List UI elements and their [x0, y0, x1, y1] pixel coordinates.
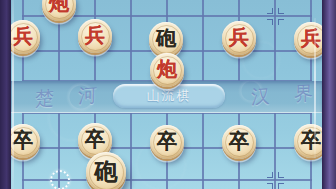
- glare-streak: [314, 18, 316, 158]
- piece-black-cannon[interactable]: 砲: [149, 22, 183, 56]
- point-mark: [278, 19, 284, 25]
- grid-line: [130, 112, 132, 189]
- point-mark: [278, 8, 284, 14]
- grid-line: [130, 0, 132, 82]
- point-mark: [267, 183, 273, 189]
- point-mark: [278, 183, 284, 189]
- river-text-han-jie: 汉 界: [251, 82, 322, 106]
- point-mark: [267, 19, 273, 25]
- piece-character: 兵: [222, 21, 256, 55]
- last-move-marker: [50, 170, 70, 189]
- piece-character: 炮: [42, 0, 76, 21]
- piece-red-cannon[interactable]: 炮: [150, 53, 184, 87]
- grid-line: [274, 112, 276, 189]
- point-mark: [267, 172, 273, 178]
- piece-black-soldier[interactable]: 卒: [222, 125, 256, 159]
- letterbox-left-bar: [0, 0, 11, 189]
- piece-character: 卒: [150, 125, 184, 159]
- grid-line: [202, 112, 204, 189]
- point-mark: [278, 172, 284, 178]
- piece-character: 炮: [150, 53, 184, 87]
- letterbox-right-bar: [322, 0, 336, 189]
- river-text-chu-he: 楚 河: [35, 84, 106, 108]
- piece-character: 卒: [222, 125, 256, 159]
- grid-line: [274, 0, 276, 82]
- glare-streak: [12, 0, 14, 189]
- watermark-pill: 山流棋: [113, 84, 225, 108]
- piece-character: 兵: [78, 19, 112, 53]
- watermark-text: 山流棋: [147, 87, 192, 105]
- piece-red-cannon[interactable]: 炮: [42, 0, 76, 21]
- point-mark: [267, 8, 273, 14]
- piece-red-soldier[interactable]: 兵: [78, 19, 112, 53]
- piece-red-soldier[interactable]: 兵: [222, 21, 256, 55]
- piece-black-soldier[interactable]: 卒: [150, 125, 184, 159]
- piece-character: 砲: [149, 22, 183, 56]
- piece-black-cannon[interactable]: 砲: [86, 152, 126, 189]
- piece-character: 砲: [86, 152, 126, 189]
- video-frame: 楚 河 汉 界 山流棋 炮兵兵砲兵兵炮卒卒卒卒卒砲: [0, 0, 336, 189]
- grid-line: [202, 0, 204, 82]
